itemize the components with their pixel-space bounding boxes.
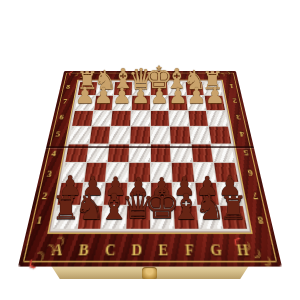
square-g6[interactable] bbox=[188, 111, 208, 126]
coordinate-label: 2 bbox=[227, 94, 243, 109]
square-a4[interactable] bbox=[65, 144, 88, 162]
coordinate-label: 6 bbox=[241, 163, 260, 184]
coordinate-label: G bbox=[202, 238, 231, 263]
coordinate-label: B bbox=[69, 238, 98, 263]
file-labels-bottom: ABCDEFGH bbox=[42, 238, 259, 263]
coordinate-label: D bbox=[123, 238, 150, 263]
square-e5[interactable] bbox=[150, 127, 169, 143]
coordinate-label: 8 bbox=[250, 208, 272, 234]
coordinate-label: 8 bbox=[61, 80, 76, 94]
coordinate-label: 3 bbox=[40, 163, 59, 184]
square-c4[interactable] bbox=[108, 144, 129, 162]
square-g4[interactable] bbox=[191, 144, 213, 162]
square-d6[interactable] bbox=[131, 111, 150, 126]
square-d5[interactable] bbox=[130, 127, 149, 143]
coordinate-label: 5 bbox=[237, 144, 255, 164]
square-h6[interactable] bbox=[207, 111, 228, 126]
square-b4[interactable] bbox=[87, 144, 109, 162]
square-a6[interactable] bbox=[72, 111, 93, 126]
coordinate-label: A bbox=[42, 238, 73, 263]
coordinate-label: H bbox=[228, 238, 259, 263]
square-h5[interactable] bbox=[209, 127, 231, 143]
coordinate-label: 1 bbox=[28, 208, 50, 234]
coordinate-label: 1 bbox=[224, 80, 239, 94]
square-f4[interactable] bbox=[171, 144, 192, 162]
coordinate-label: 4 bbox=[45, 144, 63, 164]
coordinate-label: 7 bbox=[245, 184, 266, 207]
coordinate-label: 5 bbox=[49, 126, 66, 144]
coordinate-label: F bbox=[176, 238, 204, 263]
coordinate-label: 6 bbox=[53, 109, 70, 126]
light-pawn-a7[interactable]: ♟ bbox=[75, 85, 95, 107]
coordinate-label: 3 bbox=[230, 109, 247, 126]
square-e6[interactable] bbox=[150, 111, 169, 126]
brass-clasp-icon bbox=[142, 267, 157, 279]
square-f5[interactable] bbox=[170, 127, 190, 143]
square-g5[interactable] bbox=[190, 127, 211, 143]
light-pawn-b7[interactable]: ♟ bbox=[94, 85, 113, 107]
coordinate-label: 4 bbox=[234, 126, 251, 144]
square-d4[interactable] bbox=[129, 144, 149, 162]
coordinate-label: E bbox=[150, 238, 177, 263]
product-photo-stage: HGFEDCBA ABCDEFGH 87654321 12345678 ❮☽☽☽… bbox=[0, 0, 300, 300]
dark-rook-h1[interactable]: ♜ bbox=[219, 191, 248, 223]
light-pawn-c7[interactable]: ♟ bbox=[113, 86, 132, 107]
square-f6[interactable] bbox=[169, 111, 188, 126]
light-pawn-f7[interactable]: ♟ bbox=[168, 86, 187, 107]
light-pawn-h7[interactable]: ♟ bbox=[205, 85, 225, 107]
square-b6[interactable] bbox=[92, 111, 112, 126]
light-pawn-e7[interactable]: ♟ bbox=[150, 86, 168, 107]
square-e4[interactable] bbox=[150, 144, 170, 162]
square-h4[interactable] bbox=[212, 144, 235, 162]
square-a5[interactable] bbox=[69, 127, 91, 143]
square-c5[interactable] bbox=[110, 127, 130, 143]
light-pawn-d7[interactable]: ♟ bbox=[131, 86, 149, 107]
square-b5[interactable] bbox=[89, 127, 110, 143]
coordinate-label: C bbox=[96, 238, 124, 263]
coordinate-label: 7 bbox=[57, 94, 73, 109]
square-c6[interactable] bbox=[111, 111, 130, 126]
light-pawn-g7[interactable]: ♟ bbox=[187, 85, 206, 107]
